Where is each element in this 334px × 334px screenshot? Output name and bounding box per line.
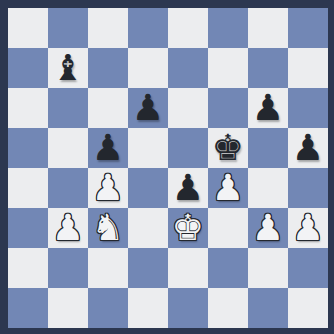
square-c7[interactable] — [88, 48, 128, 88]
chess-board: ♝♟♟♟♚♟♟♟♟♟♞♚♟♟ — [8, 8, 328, 328]
square-h1[interactable] — [288, 288, 328, 328]
square-b6[interactable] — [48, 88, 88, 128]
square-a3[interactable] — [8, 208, 48, 248]
square-f8[interactable] — [208, 8, 248, 48]
square-d7[interactable] — [128, 48, 168, 88]
piece-black-pawn[interactable]: ♟ — [292, 128, 324, 168]
square-b3[interactable]: ♟ — [48, 208, 88, 248]
square-g5[interactable] — [248, 128, 288, 168]
square-h7[interactable] — [288, 48, 328, 88]
square-d1[interactable] — [128, 288, 168, 328]
square-f3[interactable] — [208, 208, 248, 248]
square-h5[interactable]: ♟ — [288, 128, 328, 168]
square-a4[interactable] — [8, 168, 48, 208]
piece-black-bishop[interactable]: ♝ — [52, 48, 84, 88]
square-g7[interactable] — [248, 48, 288, 88]
square-a6[interactable] — [8, 88, 48, 128]
square-f6[interactable] — [208, 88, 248, 128]
square-d4[interactable] — [128, 168, 168, 208]
square-d8[interactable] — [128, 8, 168, 48]
square-c2[interactable] — [88, 248, 128, 288]
square-g6[interactable]: ♟ — [248, 88, 288, 128]
square-f4[interactable]: ♟ — [208, 168, 248, 208]
square-c8[interactable] — [88, 8, 128, 48]
square-d2[interactable] — [128, 248, 168, 288]
square-c6[interactable] — [88, 88, 128, 128]
square-b4[interactable] — [48, 168, 88, 208]
piece-black-pawn[interactable]: ♟ — [132, 88, 164, 128]
square-f5[interactable]: ♚ — [208, 128, 248, 168]
square-a2[interactable] — [8, 248, 48, 288]
square-a5[interactable] — [8, 128, 48, 168]
piece-white-king[interactable]: ♚ — [172, 208, 204, 248]
square-e8[interactable] — [168, 8, 208, 48]
square-h3[interactable]: ♟ — [288, 208, 328, 248]
square-e1[interactable] — [168, 288, 208, 328]
square-g3[interactable]: ♟ — [248, 208, 288, 248]
square-h6[interactable] — [288, 88, 328, 128]
square-f7[interactable] — [208, 48, 248, 88]
square-e6[interactable] — [168, 88, 208, 128]
square-c5[interactable]: ♟ — [88, 128, 128, 168]
piece-black-pawn[interactable]: ♟ — [172, 168, 204, 208]
square-d6[interactable]: ♟ — [128, 88, 168, 128]
square-b5[interactable] — [48, 128, 88, 168]
piece-black-pawn[interactable]: ♟ — [252, 88, 284, 128]
square-c3[interactable]: ♞ — [88, 208, 128, 248]
square-g1[interactable] — [248, 288, 288, 328]
square-f2[interactable] — [208, 248, 248, 288]
square-b7[interactable]: ♝ — [48, 48, 88, 88]
square-b8[interactable] — [48, 8, 88, 48]
square-a7[interactable] — [8, 48, 48, 88]
square-h2[interactable] — [288, 248, 328, 288]
piece-white-pawn[interactable]: ♟ — [292, 208, 324, 248]
square-b2[interactable] — [48, 248, 88, 288]
square-e2[interactable] — [168, 248, 208, 288]
square-g8[interactable] — [248, 8, 288, 48]
piece-white-pawn[interactable]: ♟ — [92, 168, 124, 208]
square-e3[interactable]: ♚ — [168, 208, 208, 248]
piece-white-pawn[interactable]: ♟ — [212, 168, 244, 208]
square-a1[interactable] — [8, 288, 48, 328]
square-g2[interactable] — [248, 248, 288, 288]
square-d3[interactable] — [128, 208, 168, 248]
square-e5[interactable] — [168, 128, 208, 168]
piece-white-pawn[interactable]: ♟ — [52, 208, 84, 248]
square-f1[interactable] — [208, 288, 248, 328]
piece-white-pawn[interactable]: ♟ — [252, 208, 284, 248]
piece-black-pawn[interactable]: ♟ — [92, 128, 124, 168]
square-e4[interactable]: ♟ — [168, 168, 208, 208]
square-a8[interactable] — [8, 8, 48, 48]
board-frame: ♝♟♟♟♚♟♟♟♟♟♞♚♟♟ — [0, 0, 334, 334]
square-e7[interactable] — [168, 48, 208, 88]
piece-black-king[interactable]: ♚ — [212, 128, 244, 168]
square-h4[interactable] — [288, 168, 328, 208]
square-g4[interactable] — [248, 168, 288, 208]
square-d5[interactable] — [128, 128, 168, 168]
square-c4[interactable]: ♟ — [88, 168, 128, 208]
square-c1[interactable] — [88, 288, 128, 328]
square-b1[interactable] — [48, 288, 88, 328]
piece-white-knight[interactable]: ♞ — [92, 208, 124, 248]
square-h8[interactable] — [288, 8, 328, 48]
